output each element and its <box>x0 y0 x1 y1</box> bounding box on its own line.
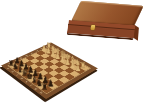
file-label: c <box>15 74 20 77</box>
product-photo-scene: ♜♞♝♛♚♝♞♜♟♟♟♟♟♟♟♟♟♟♟♟♟♟♟♟♜♞♝♛♚♝♞♜ abcdefg… <box>0 0 150 103</box>
file-label: f <box>29 84 34 87</box>
file-label: h <box>39 91 45 94</box>
board-frame: ♜♞♝♛♚♝♞♜♟♟♟♟♟♟♟♟♟♟♟♟♟♟♟♟♜♞♝♛♚♝♞♜ abcdefg… <box>1 42 98 99</box>
wooden-storage-box <box>62 0 150 52</box>
box-lid-seam <box>68 24 135 30</box>
piece-black-rook: ♜ <box>41 83 49 92</box>
board-grid: ♜♞♝♛♚♝♞♜♟♟♟♟♟♟♟♟♟♟♟♟♟♟♟♟♜♞♝♛♚♝♞♜ <box>9 46 90 93</box>
file-label: g <box>33 87 39 90</box>
piece-white-pawn: ♟ <box>74 64 81 73</box>
box-brass-latch <box>90 25 95 30</box>
chess-board: ♜♞♝♛♚♝♞♜♟♟♟♟♟♟♟♟♟♟♟♟♟♟♟♟♜♞♝♛♚♝♞♜ abcdefg… <box>1 42 98 99</box>
file-label: b <box>10 70 15 73</box>
